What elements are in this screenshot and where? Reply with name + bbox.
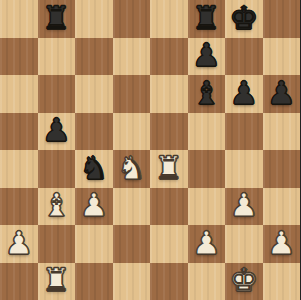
square-d1[interactable] [113,263,151,300]
square-h5[interactable] [263,113,301,151]
square-c4[interactable]: ♞ [75,150,113,188]
square-a5[interactable] [0,113,38,151]
square-a4[interactable] [0,150,38,188]
square-f1[interactable] [188,263,226,300]
square-d6[interactable] [113,75,151,113]
square-e6[interactable] [150,75,188,113]
square-g7[interactable] [225,38,263,76]
chess-board-grid: ♜♜♚♟♝♟♟♟♞♞♜♝♟♟♟♟♟♜♚ [0,0,300,300]
piece-black-knight-c4[interactable]: ♞ [79,152,108,186]
square-h6[interactable]: ♟ [263,75,301,113]
square-h4[interactable] [263,150,301,188]
square-d8[interactable] [113,0,151,38]
square-e4[interactable]: ♜ [150,150,188,188]
piece-black-king-g8[interactable]: ♚ [229,2,258,36]
square-a2[interactable]: ♟ [0,225,38,263]
square-a6[interactable] [0,75,38,113]
square-c5[interactable] [75,113,113,151]
square-c1[interactable] [75,263,113,300]
square-g5[interactable] [225,113,263,151]
square-a1[interactable] [0,263,38,300]
piece-white-king-g1[interactable]: ♚ [229,264,258,298]
piece-black-pawn-b5[interactable]: ♟ [42,114,71,148]
square-g2[interactable] [225,225,263,263]
square-b8[interactable]: ♜ [38,0,76,38]
piece-black-bishop-f6[interactable]: ♝ [192,77,221,111]
square-d3[interactable] [113,188,151,226]
piece-white-pawn-f2[interactable]: ♟ [192,227,221,261]
piece-white-pawn-h2[interactable]: ♟ [267,227,296,261]
square-f5[interactable] [188,113,226,151]
square-g8[interactable]: ♚ [225,0,263,38]
square-g4[interactable] [225,150,263,188]
square-g6[interactable]: ♟ [225,75,263,113]
square-h2[interactable]: ♟ [263,225,301,263]
square-c6[interactable] [75,75,113,113]
piece-white-pawn-c3[interactable]: ♟ [79,189,108,223]
square-d2[interactable] [113,225,151,263]
square-g3[interactable]: ♟ [225,188,263,226]
square-e2[interactable] [150,225,188,263]
square-b4[interactable] [38,150,76,188]
square-b6[interactable] [38,75,76,113]
square-d4[interactable]: ♞ [113,150,151,188]
square-h8[interactable] [263,0,301,38]
square-e5[interactable] [150,113,188,151]
square-d5[interactable] [113,113,151,151]
chess-board: ♜♜♚♟♝♟♟♟♞♞♜♝♟♟♟♟♟♜♚ [0,0,300,300]
piece-black-rook-f8[interactable]: ♜ [192,2,221,36]
piece-white-pawn-a2[interactable]: ♟ [4,227,33,261]
square-h7[interactable] [263,38,301,76]
piece-white-knight-d4[interactable]: ♞ [117,152,146,186]
square-h3[interactable] [263,188,301,226]
square-c3[interactable]: ♟ [75,188,113,226]
square-b3[interactable]: ♝ [38,188,76,226]
piece-white-rook-b1[interactable]: ♜ [42,264,71,298]
square-g1[interactable]: ♚ [225,263,263,300]
square-e8[interactable] [150,0,188,38]
square-b7[interactable] [38,38,76,76]
piece-white-pawn-g3[interactable]: ♟ [229,189,258,223]
square-b5[interactable]: ♟ [38,113,76,151]
piece-white-bishop-b3[interactable]: ♝ [42,189,71,223]
square-e1[interactable] [150,263,188,300]
square-f7[interactable]: ♟ [188,38,226,76]
square-e3[interactable] [150,188,188,226]
square-f4[interactable] [188,150,226,188]
piece-white-rook-e4[interactable]: ♜ [154,152,183,186]
square-a7[interactable] [0,38,38,76]
piece-black-pawn-g6[interactable]: ♟ [229,77,258,111]
square-f8[interactable]: ♜ [188,0,226,38]
square-c2[interactable] [75,225,113,263]
piece-black-pawn-h6[interactable]: ♟ [267,77,296,111]
square-b2[interactable] [38,225,76,263]
square-a8[interactable] [0,0,38,38]
piece-black-pawn-f7[interactable]: ♟ [192,39,221,73]
square-c8[interactable] [75,0,113,38]
square-f6[interactable]: ♝ [188,75,226,113]
square-c7[interactable] [75,38,113,76]
piece-black-rook-b8[interactable]: ♜ [42,2,71,36]
square-a3[interactable] [0,188,38,226]
square-f2[interactable]: ♟ [188,225,226,263]
square-e7[interactable] [150,38,188,76]
square-f3[interactable] [188,188,226,226]
square-b1[interactable]: ♜ [38,263,76,300]
square-d7[interactable] [113,38,151,76]
square-h1[interactable] [263,263,301,300]
